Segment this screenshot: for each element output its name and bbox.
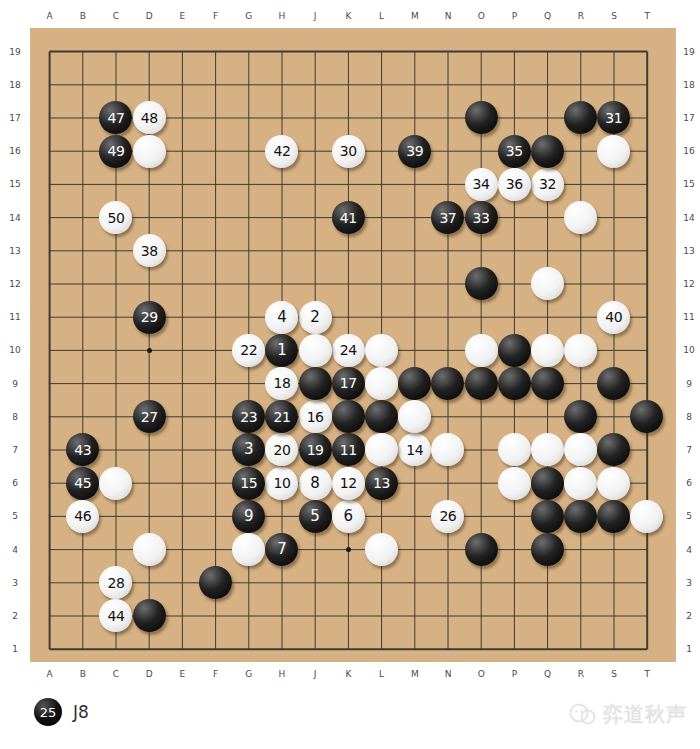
col-label-top-Q: Q [537,11,559,21]
col-label-bottom-M: M [404,669,426,679]
stone-white-S16 [597,135,630,168]
move-number: 37 [439,211,456,225]
stone-black-L6: 13 [365,467,398,500]
star-point-K4 [346,547,351,552]
stone-black-P16: 35 [498,135,531,168]
row-label-right-13: 13 [679,246,699,256]
stone-black-B7: 43 [66,433,99,466]
stone-black-D2 [133,599,166,632]
row-label-left-19: 19 [5,47,25,57]
move-number: 18 [273,376,290,390]
col-label-top-A: A [39,11,61,21]
col-label-top-E: E [171,11,193,21]
stone-black-O12 [465,267,498,300]
col-label-bottom-S: S [603,669,625,679]
move-number: 15 [240,476,257,490]
move-number: 27 [141,410,158,424]
stone-white-C6 [99,467,132,500]
col-label-bottom-R: R [570,669,592,679]
watermark: 弈道秋声 [568,701,687,728]
move-number: 50 [108,211,125,225]
stone-white-H9: 18 [265,367,298,400]
row-label-right-12: 12 [679,279,699,289]
move-number: 30 [340,144,357,158]
stone-black-G5: 9 [232,500,265,533]
move-number: 21 [273,410,290,424]
col-label-top-K: K [337,11,359,21]
row-label-left-17: 17 [5,113,25,123]
stone-white-M8 [398,400,431,433]
move-number: 35 [506,144,523,158]
row-label-right-17: 17 [679,113,699,123]
stone-white-B5: 46 [66,500,99,533]
row-label-left-5: 5 [5,511,25,521]
col-label-bottom-K: K [337,669,359,679]
move-number: 33 [473,211,490,225]
stone-black-O14: 33 [465,201,498,234]
stone-white-H6: 10 [265,467,298,500]
move-number: 7 [277,542,287,557]
move-number: 47 [108,111,125,125]
stones-grid: 1234567891011121314151617181920212223242… [33,35,664,666]
move-number: 36 [506,177,523,191]
move-number: 17 [340,376,357,390]
col-label-bottom-B: B [72,669,94,679]
row-label-left-16: 16 [5,146,25,156]
stone-white-J6: 8 [299,467,332,500]
stone-white-D16 [133,135,166,168]
col-label-bottom-G: G [238,669,260,679]
col-label-bottom-A: A [39,669,61,679]
goban-board: 1234567891011121314151617181920212223242… [30,28,676,662]
stone-white-L9 [365,367,398,400]
row-label-right-11: 11 [679,312,699,322]
stone-white-L4 [365,533,398,566]
move-number: 43 [74,443,91,457]
move-caption: 25 J8 [34,698,89,726]
row-label-right-18: 18 [679,80,699,90]
stone-black-O17 [465,101,498,134]
stone-black-S7 [597,433,630,466]
row-label-left-3: 3 [5,578,25,588]
stone-black-O9 [465,367,498,400]
col-label-top-M: M [404,11,426,21]
col-label-bottom-P: P [503,669,525,679]
stone-black-K9: 17 [332,367,365,400]
caption-stone-number: 25 [40,705,57,720]
row-label-left-6: 6 [5,478,25,488]
col-label-top-S: S [603,11,625,21]
stone-black-P9 [498,367,531,400]
stone-black-R8 [564,400,597,433]
col-label-bottom-O: O [470,669,492,679]
move-number: 20 [273,443,290,457]
stone-black-O4 [465,533,498,566]
stone-black-R5 [564,500,597,533]
stone-black-P10 [498,334,531,367]
stone-white-Q10 [531,334,564,367]
stone-white-K6: 12 [332,467,365,500]
stone-black-G6: 15 [232,467,265,500]
row-label-left-14: 14 [5,213,25,223]
move-number: 1 [277,343,287,358]
stone-black-H4: 7 [265,533,298,566]
move-number: 5 [310,509,320,524]
move-number: 22 [240,343,257,357]
stone-white-R6 [564,467,597,500]
stone-black-M9 [398,367,431,400]
col-label-top-O: O [470,11,492,21]
col-label-top-P: P [503,11,525,21]
move-number: 48 [141,111,158,125]
stone-white-R7 [564,433,597,466]
col-label-bottom-C: C [105,669,127,679]
move-number: 6 [344,509,354,524]
stone-white-C3: 28 [99,566,132,599]
caption-coordinate: J8 [73,702,89,722]
stone-white-R10 [564,334,597,367]
row-label-right-9: 9 [679,379,699,389]
stone-black-K8 [332,400,365,433]
move-number: 41 [340,211,357,225]
stone-white-R14 [564,201,597,234]
stone-black-S17: 31 [597,101,630,134]
stone-black-G8: 23 [232,400,265,433]
row-label-left-18: 18 [5,80,25,90]
row-label-left-7: 7 [5,445,25,455]
col-label-top-H: H [271,11,293,21]
move-number: 46 [74,509,91,523]
stone-white-D13: 38 [133,234,166,267]
stone-black-R17 [564,101,597,134]
col-label-top-T: T [636,11,658,21]
stone-white-O15: 34 [465,168,498,201]
move-number: 26 [439,509,456,523]
stone-white-S11: 40 [597,301,630,334]
stone-white-C2: 44 [99,599,132,632]
move-number: 4 [277,310,287,325]
move-number: 2 [310,310,320,325]
stone-white-T5 [630,500,663,533]
row-label-right-8: 8 [679,412,699,422]
stone-white-P6 [498,467,531,500]
stone-black-K7: 11 [332,433,365,466]
stone-black-Q6 [531,467,564,500]
row-label-right-14: 14 [679,213,699,223]
stone-black-T8 [630,400,663,433]
move-number: 34 [473,177,490,191]
move-number: 32 [539,177,556,191]
stone-black-Q5 [531,500,564,533]
move-number: 39 [406,144,423,158]
col-label-bottom-L: L [371,669,393,679]
move-number: 3 [244,442,254,457]
col-label-top-G: G [238,11,260,21]
col-label-top-N: N [437,11,459,21]
stone-black-H8: 21 [265,400,298,433]
row-label-left-12: 12 [5,279,25,289]
row-label-right-4: 4 [679,545,699,555]
stone-white-K5: 6 [332,500,365,533]
col-label-bottom-J: J [304,669,326,679]
stone-white-L7 [365,433,398,466]
move-number: 40 [605,310,622,324]
stone-white-C14: 50 [99,201,132,234]
stone-black-J9 [299,367,332,400]
stone-black-L8 [365,400,398,433]
row-label-left-8: 8 [5,412,25,422]
stone-black-C16: 49 [99,135,132,168]
stone-white-P15: 36 [498,168,531,201]
col-label-bottom-T: T [636,669,658,679]
stone-white-D4 [133,533,166,566]
row-label-right-6: 6 [679,478,699,488]
stone-white-D17: 48 [133,101,166,134]
stone-white-H16: 42 [265,135,298,168]
col-label-bottom-H: H [271,669,293,679]
move-number: 12 [340,476,357,490]
row-label-right-10: 10 [679,345,699,355]
stone-white-J10 [299,334,332,367]
move-number: 45 [74,476,91,490]
col-label-bottom-Q: Q [537,669,559,679]
caption-black-stone: 25 [34,698,62,726]
row-label-left-10: 10 [5,345,25,355]
stone-white-P7 [498,433,531,466]
col-label-bottom-F: F [205,669,227,679]
move-number: 23 [240,410,257,424]
stone-white-N5: 26 [431,500,464,533]
stone-white-K10: 24 [332,334,365,367]
stone-white-J8: 16 [299,400,332,433]
stone-black-C17: 47 [99,101,132,134]
col-label-top-L: L [371,11,393,21]
stone-black-H10: 1 [265,334,298,367]
stone-white-O10 [465,334,498,367]
move-number: 14 [406,443,423,457]
stone-white-Q15: 32 [531,168,564,201]
move-number: 9 [244,509,254,524]
move-number: 38 [141,244,158,258]
col-label-top-J: J [304,11,326,21]
col-label-top-C: C [105,11,127,21]
row-label-left-11: 11 [5,312,25,322]
stone-black-K14: 41 [332,201,365,234]
stone-white-N7 [431,433,464,466]
row-label-right-7: 7 [679,445,699,455]
row-label-right-19: 19 [679,47,699,57]
row-label-right-2: 2 [679,611,699,621]
stone-white-H11: 4 [265,301,298,334]
stone-black-Q16 [531,135,564,168]
col-label-top-F: F [205,11,227,21]
col-label-top-D: D [138,11,160,21]
col-label-bottom-D: D [138,669,160,679]
move-number: 11 [340,443,357,457]
stone-white-J11: 2 [299,301,332,334]
row-label-left-15: 15 [5,179,25,189]
stone-black-J5: 5 [299,500,332,533]
stone-black-J7: 19 [299,433,332,466]
stone-white-G4 [232,533,265,566]
col-label-bottom-N: N [437,669,459,679]
move-number: 44 [108,609,125,623]
stone-black-N9 [431,367,464,400]
move-number: 49 [108,144,125,158]
row-label-left-4: 4 [5,545,25,555]
stone-black-G7: 3 [232,433,265,466]
stone-black-S5 [597,500,630,533]
row-label-left-13: 13 [5,246,25,256]
row-label-left-9: 9 [5,379,25,389]
stone-black-D11: 29 [133,301,166,334]
go-diagram-page: 1234567891011121314151617181920212223242… [0,0,700,749]
stone-white-G10: 22 [232,334,265,367]
row-label-left-2: 2 [5,611,25,621]
stone-black-M16: 39 [398,135,431,168]
move-number: 29 [141,310,158,324]
stone-white-S6 [597,467,630,500]
stone-white-K16: 30 [332,135,365,168]
row-label-left-1: 1 [5,644,25,654]
wechat-logo-icon [568,703,598,727]
stone-white-Q7 [531,433,564,466]
move-number: 19 [307,443,324,457]
row-label-right-15: 15 [679,179,699,189]
col-label-bottom-E: E [171,669,193,679]
stone-black-Q4 [531,533,564,566]
move-number: 16 [307,410,324,424]
stone-black-S9 [597,367,630,400]
stone-white-H7: 20 [265,433,298,466]
stone-white-M7: 14 [398,433,431,466]
col-label-top-B: B [72,11,94,21]
stone-black-F3 [199,566,232,599]
move-number: 28 [108,576,125,590]
stone-black-N14: 37 [431,201,464,234]
stone-black-D8: 27 [133,400,166,433]
row-label-right-16: 16 [679,146,699,156]
stone-white-Q12 [531,267,564,300]
move-number: 31 [605,111,622,125]
stone-black-Q9 [531,367,564,400]
move-number: 8 [310,476,320,491]
row-label-right-5: 5 [679,511,699,521]
stone-white-L10 [365,334,398,367]
move-number: 42 [273,144,290,158]
star-point-D10 [147,348,152,353]
move-number: 24 [340,343,357,357]
row-label-right-1: 1 [679,644,699,654]
move-number: 10 [273,476,290,490]
move-number: 13 [373,476,390,490]
row-label-right-3: 3 [679,578,699,588]
col-label-top-R: R [570,11,592,21]
stone-black-B6: 45 [66,467,99,500]
watermark-text: 弈道秋声 [603,701,687,728]
